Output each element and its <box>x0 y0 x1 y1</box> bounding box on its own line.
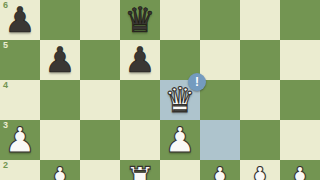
square-h6[interactable] <box>280 0 320 40</box>
square-a2[interactable]: 2 <box>0 160 40 180</box>
piece-white-pawn-h2[interactable]: ♟ <box>280 160 320 180</box>
square-g6[interactable] <box>240 0 280 40</box>
square-b4[interactable] <box>40 80 80 120</box>
square-d4[interactable] <box>120 80 160 120</box>
piece-white-pawn-e3[interactable]: ♟ <box>160 120 200 160</box>
square-h4[interactable] <box>280 80 320 120</box>
square-c6[interactable] <box>80 0 120 40</box>
square-d6[interactable]: ♛ <box>120 0 160 40</box>
square-a5[interactable]: 5 <box>0 40 40 80</box>
square-b3[interactable] <box>40 120 80 160</box>
piece-black-pawn-d5[interactable]: ♟ <box>120 40 160 80</box>
square-d5[interactable]: ♟ <box>120 40 160 80</box>
square-c3[interactable] <box>80 120 120 160</box>
square-f2[interactable]: ♟ <box>200 160 240 180</box>
square-c5[interactable] <box>80 40 120 80</box>
square-h5[interactable] <box>280 40 320 80</box>
chess-board: 6♟♛5♟♟4♛3♟♟2♟♜♟♟♟ <box>0 0 320 180</box>
piece-black-queen-d6[interactable]: ♛ <box>120 0 160 40</box>
square-f4[interactable] <box>200 80 240 120</box>
square-b6[interactable] <box>40 0 80 40</box>
great-move-exclamation: ! <box>195 76 199 88</box>
piece-white-pawn-g2[interactable]: ♟ <box>240 160 280 180</box>
piece-black-pawn-a6[interactable]: ♟ <box>0 0 40 40</box>
square-g4[interactable] <box>240 80 280 120</box>
piece-white-pawn-b2[interactable]: ♟ <box>40 160 80 180</box>
rank-label-2: 2 <box>3 161 8 170</box>
square-g3[interactable] <box>240 120 280 160</box>
great-move-badge: ! <box>188 73 206 91</box>
square-f3[interactable] <box>200 120 240 160</box>
square-b5[interactable]: ♟ <box>40 40 80 80</box>
square-f5[interactable] <box>200 40 240 80</box>
rank-label-5: 5 <box>3 41 8 50</box>
square-d3[interactable] <box>120 120 160 160</box>
square-c4[interactable] <box>80 80 120 120</box>
square-f6[interactable] <box>200 0 240 40</box>
square-a3[interactable]: 3♟ <box>0 120 40 160</box>
square-b2[interactable]: ♟ <box>40 160 80 180</box>
square-g5[interactable] <box>240 40 280 80</box>
square-e2[interactable] <box>160 160 200 180</box>
square-e3[interactable]: ♟ <box>160 120 200 160</box>
rank-label-4: 4 <box>3 81 8 90</box>
piece-white-pawn-a3[interactable]: ♟ <box>0 120 40 160</box>
piece-white-rook-d2[interactable]: ♜ <box>120 160 160 180</box>
square-d2[interactable]: ♜ <box>120 160 160 180</box>
square-a6[interactable]: 6♟ <box>0 0 40 40</box>
square-g2[interactable]: ♟ <box>240 160 280 180</box>
square-e6[interactable] <box>160 0 200 40</box>
piece-white-pawn-f2[interactable]: ♟ <box>200 160 240 180</box>
square-c2[interactable] <box>80 160 120 180</box>
square-h2[interactable]: ♟ <box>280 160 320 180</box>
chess-board-viewport: 6♟♛5♟♟4♛3♟♟2♟♜♟♟♟ ! <box>0 0 320 180</box>
square-h3[interactable] <box>280 120 320 160</box>
square-a4[interactable]: 4 <box>0 80 40 120</box>
piece-black-pawn-b5[interactable]: ♟ <box>40 40 80 80</box>
